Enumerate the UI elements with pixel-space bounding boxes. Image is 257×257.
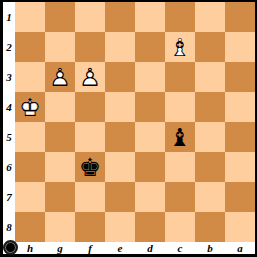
square-e5[interactable] [105,122,135,152]
square-e6[interactable] [105,152,135,182]
black-king[interactable]: ♚ [75,152,105,182]
square-f2[interactable] [75,32,105,62]
white-pawn-outline-glyph: ♙ [45,62,75,92]
white-king[interactable]: ♚♔ [15,92,45,122]
square-g7[interactable] [45,182,75,212]
square-d6[interactable] [135,152,165,182]
square-f5[interactable] [75,122,105,152]
square-a1[interactable] [225,2,255,32]
square-h8[interactable] [15,212,45,242]
square-h7[interactable] [15,182,45,212]
rank-label-1: 1 [3,2,15,32]
board: ♝♗♟♙♟♙♚♔♝♚ [15,2,255,242]
side-to-move-indicator [3,240,18,255]
square-f3[interactable]: ♟♙ [75,62,105,92]
square-g3[interactable]: ♟♙ [45,62,75,92]
square-a4[interactable] [225,92,255,122]
square-c1[interactable] [165,2,195,32]
square-c4[interactable] [165,92,195,122]
square-a8[interactable] [225,212,255,242]
rank-label-2: 2 [3,32,15,62]
square-f6[interactable]: ♚ [75,152,105,182]
square-b2[interactable] [195,32,225,62]
white-pawn[interactable]: ♟♙ [45,62,75,92]
rank-label-8: 8 [3,212,15,242]
square-g2[interactable] [45,32,75,62]
black-king-glyph: ♚ [75,152,105,182]
black-bishop-glyph: ♝ [165,122,195,152]
square-g5[interactable] [45,122,75,152]
square-e4[interactable] [105,92,135,122]
file-label-g: g [45,242,75,254]
rank-label-4: 4 [3,92,15,122]
rank-label-3: 3 [3,62,15,92]
square-b1[interactable] [195,2,225,32]
square-h5[interactable] [15,122,45,152]
square-b4[interactable] [195,92,225,122]
rank-label-6: 6 [3,152,15,182]
square-d4[interactable] [135,92,165,122]
square-c8[interactable] [165,212,195,242]
file-label-h: h [15,242,45,254]
square-h6[interactable] [15,152,45,182]
file-labels: hgfedcba [15,242,255,254]
square-h4[interactable]: ♚♔ [15,92,45,122]
square-b3[interactable] [195,62,225,92]
file-label-d: d [135,242,165,254]
black-bishop[interactable]: ♝ [165,122,195,152]
square-c5[interactable]: ♝ [165,122,195,152]
square-b7[interactable] [195,182,225,212]
file-label-b: b [195,242,225,254]
square-c6[interactable] [165,152,195,182]
square-g8[interactable] [45,212,75,242]
square-c2[interactable]: ♝♗ [165,32,195,62]
square-a7[interactable] [225,182,255,212]
square-b8[interactable] [195,212,225,242]
white-pawn-outline-glyph: ♙ [75,62,105,92]
square-d7[interactable] [135,182,165,212]
square-h2[interactable] [15,32,45,62]
square-b6[interactable] [195,152,225,182]
white-king-outline-glyph: ♔ [15,92,45,122]
square-g6[interactable] [45,152,75,182]
square-h3[interactable] [15,62,45,92]
square-e2[interactable] [105,32,135,62]
square-e1[interactable] [105,2,135,32]
square-f4[interactable] [75,92,105,122]
white-bishop-outline-glyph: ♗ [165,32,195,62]
square-a3[interactable] [225,62,255,92]
file-label-c: c [165,242,195,254]
square-f7[interactable] [75,182,105,212]
file-label-e: e [105,242,135,254]
square-e7[interactable] [105,182,135,212]
square-d8[interactable] [135,212,165,242]
rank-label-7: 7 [3,182,15,212]
square-e8[interactable] [105,212,135,242]
square-d3[interactable] [135,62,165,92]
white-bishop[interactable]: ♝♗ [165,32,195,62]
square-a6[interactable] [225,152,255,182]
square-e3[interactable] [105,62,135,92]
square-a5[interactable] [225,122,255,152]
square-a2[interactable] [225,32,255,62]
square-d1[interactable] [135,2,165,32]
square-b5[interactable] [195,122,225,152]
square-h1[interactable] [15,2,45,32]
file-label-f: f [75,242,105,254]
rank-labels: 12345678 [3,2,15,242]
rank-label-5: 5 [3,122,15,152]
square-d5[interactable] [135,122,165,152]
square-g1[interactable] [45,2,75,32]
file-label-a: a [225,242,255,254]
chess-diagram: 12345678 ♝♗♟♙♟♙♚♔♝♚ hgfedcba [0,0,257,257]
square-f8[interactable] [75,212,105,242]
square-d2[interactable] [135,32,165,62]
square-c7[interactable] [165,182,195,212]
square-g4[interactable] [45,92,75,122]
square-f1[interactable] [75,2,105,32]
white-pawn[interactable]: ♟♙ [75,62,105,92]
square-c3[interactable] [165,62,195,92]
